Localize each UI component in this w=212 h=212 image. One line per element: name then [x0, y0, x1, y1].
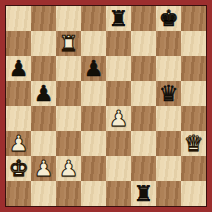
square-a2[interactable]: ♚	[6, 156, 31, 181]
white-queen-piece[interactable]: ♛	[181, 131, 206, 156]
square-a8[interactable]	[6, 6, 31, 31]
square-g8[interactable]: ♚	[156, 6, 181, 31]
square-g2[interactable]	[156, 156, 181, 181]
square-f8[interactable]	[131, 6, 156, 31]
square-h7[interactable]	[181, 31, 206, 56]
square-d8[interactable]	[81, 6, 106, 31]
square-h5[interactable]	[181, 81, 206, 106]
square-g4[interactable]	[156, 106, 181, 131]
square-h3[interactable]: ♛	[181, 131, 206, 156]
square-b4[interactable]	[31, 106, 56, 131]
black-pawn-piece[interactable]: ♟	[6, 56, 31, 81]
square-h8[interactable]	[181, 6, 206, 31]
board-frame: ♜♚♜♟♟♟♛♟♟♛♚♟♟♜	[0, 0, 212, 212]
square-f1[interactable]: ♜	[131, 181, 156, 206]
square-d5[interactable]	[81, 81, 106, 106]
square-f5[interactable]	[131, 81, 156, 106]
square-a5[interactable]	[6, 81, 31, 106]
black-queen-piece[interactable]: ♛	[156, 81, 181, 106]
square-d4[interactable]	[81, 106, 106, 131]
square-d1[interactable]	[81, 181, 106, 206]
square-a4[interactable]	[6, 106, 31, 131]
square-h2[interactable]	[181, 156, 206, 181]
square-b1[interactable]	[31, 181, 56, 206]
square-g1[interactable]	[156, 181, 181, 206]
white-pawn-piece[interactable]: ♟	[31, 156, 56, 181]
square-f4[interactable]	[131, 106, 156, 131]
square-d7[interactable]	[81, 31, 106, 56]
square-e1[interactable]	[106, 181, 131, 206]
square-e8[interactable]: ♜	[106, 6, 131, 31]
square-g5[interactable]: ♛	[156, 81, 181, 106]
square-a7[interactable]	[6, 31, 31, 56]
square-e6[interactable]	[106, 56, 131, 81]
square-e2[interactable]	[106, 156, 131, 181]
square-g6[interactable]	[156, 56, 181, 81]
square-h4[interactable]	[181, 106, 206, 131]
square-c8[interactable]	[56, 6, 81, 31]
black-king-piece[interactable]: ♚	[156, 6, 181, 31]
square-b3[interactable]	[31, 131, 56, 156]
black-pawn-piece[interactable]: ♟	[81, 56, 106, 81]
square-b7[interactable]	[31, 31, 56, 56]
square-d3[interactable]	[81, 131, 106, 156]
black-rook-piece[interactable]: ♜	[106, 6, 131, 31]
white-pawn-piece[interactable]: ♟	[106, 106, 131, 131]
square-e4[interactable]: ♟	[106, 106, 131, 131]
square-c2[interactable]: ♟	[56, 156, 81, 181]
white-king-piece[interactable]: ♚	[6, 156, 31, 181]
square-c1[interactable]	[56, 181, 81, 206]
square-a1[interactable]	[6, 181, 31, 206]
square-f2[interactable]	[131, 156, 156, 181]
white-pawn-piece[interactable]: ♟	[6, 131, 31, 156]
square-b5[interactable]: ♟	[31, 81, 56, 106]
square-h1[interactable]	[181, 181, 206, 206]
square-e3[interactable]	[106, 131, 131, 156]
black-pawn-piece[interactable]: ♟	[31, 81, 56, 106]
square-f6[interactable]	[131, 56, 156, 81]
black-rook-piece[interactable]: ♜	[131, 181, 156, 206]
square-a3[interactable]: ♟	[6, 131, 31, 156]
square-e7[interactable]	[106, 31, 131, 56]
square-a6[interactable]: ♟	[6, 56, 31, 81]
white-pawn-piece[interactable]: ♟	[56, 156, 81, 181]
square-h6[interactable]	[181, 56, 206, 81]
square-c7[interactable]: ♜	[56, 31, 81, 56]
square-e5[interactable]	[106, 81, 131, 106]
square-d6[interactable]: ♟	[81, 56, 106, 81]
square-c4[interactable]	[56, 106, 81, 131]
square-d2[interactable]	[81, 156, 106, 181]
white-rook-piece[interactable]: ♜	[56, 31, 81, 56]
square-f7[interactable]	[131, 31, 156, 56]
square-g7[interactable]	[156, 31, 181, 56]
square-c6[interactable]	[56, 56, 81, 81]
square-c3[interactable]	[56, 131, 81, 156]
square-g3[interactable]	[156, 131, 181, 156]
square-b2[interactable]: ♟	[31, 156, 56, 181]
square-f3[interactable]	[131, 131, 156, 156]
square-b8[interactable]	[31, 6, 56, 31]
chess-board: ♜♚♜♟♟♟♛♟♟♛♚♟♟♜	[6, 6, 206, 206]
square-b6[interactable]	[31, 56, 56, 81]
square-c5[interactable]	[56, 81, 81, 106]
